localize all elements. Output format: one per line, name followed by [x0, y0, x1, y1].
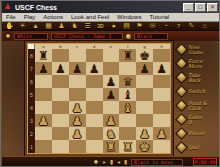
square-b1[interactable] — [52, 140, 69, 153]
status-strip: White USCF Chess - Game 1 Black — [2, 31, 220, 41]
square-f4[interactable]: ♝ — [119, 101, 136, 114]
square-g6[interactable] — [136, 75, 153, 88]
quit-diamond-icon — [177, 143, 187, 153]
square-c4[interactable]: ♟ — [69, 101, 86, 114]
take-back-button[interactable]: Take Back — [174, 71, 220, 84]
square-e7[interactable] — [103, 62, 120, 75]
close-button[interactable]: ✕ — [207, 3, 218, 12]
square-e2[interactable]: ♞ — [103, 127, 120, 140]
stop-button[interactable]: ▮ — [122, 159, 129, 166]
pause-button[interactable]: ▮ — [108, 159, 115, 166]
chess-board: abcdefgh 87654321 ♜♜♚♟♟♟♟♟♟♟♛♟♝♟♝♟♟♟♟♞♟♟… — [25, 41, 173, 156]
edit-icon[interactable]: ✎ — [187, 22, 196, 30]
square-h1[interactable] — [153, 140, 170, 153]
black-player-field: Black — [134, 33, 168, 40]
board-grid: ♜♜♚♟♟♟♟♟♟♟♛♟♝♟♝♟♟♟♟♞♟♟♜♜♚ — [35, 49, 170, 153]
rank-label-6: 6 — [28, 75, 35, 88]
status-diamond-icon — [4, 32, 12, 40]
square-d8[interactable] — [86, 49, 103, 62]
square-d2[interactable] — [86, 127, 103, 140]
square-g7[interactable]: ♟ — [136, 62, 153, 75]
flag-icon[interactable]: ⚑ — [135, 22, 144, 30]
square-c3[interactable]: ♟ — [69, 114, 86, 127]
square-f8[interactable]: ♜ — [119, 49, 136, 62]
square-a2[interactable] — [35, 127, 52, 140]
square-e5[interactable]: ♟ — [103, 88, 120, 101]
menu-windows[interactable]: Windows — [113, 14, 145, 20]
square-b3[interactable] — [52, 114, 69, 127]
title-bar[interactable]: ♟ USCF Chess _ □ ✕ — [2, 1, 220, 13]
square-g3[interactable] — [136, 114, 153, 127]
menu-look-and-feel[interactable]: Look and Feel — [67, 14, 113, 20]
square-f7[interactable] — [119, 62, 136, 75]
square-c5[interactable] — [69, 88, 86, 101]
replay-controls: ▸▮◂▮ — [101, 159, 129, 166]
force-move-diamond-icon — [177, 59, 187, 69]
quit-button[interactable]: Quit — [174, 141, 220, 154]
mail-icon[interactable]: ✉ — [148, 22, 157, 30]
square-e1[interactable]: ♜ — [103, 140, 120, 153]
scene-icon[interactable]: ▲ — [31, 22, 40, 30]
square-h5[interactable] — [153, 88, 170, 101]
rank-label-4: 4 — [28, 101, 35, 114]
step-back-button[interactable]: ◂ — [115, 159, 122, 166]
menu-file[interactable]: File — [2, 14, 20, 20]
square-c2[interactable]: ♟ — [69, 127, 86, 140]
square-g1[interactable]: ♚ — [136, 140, 153, 153]
menu-actions[interactable]: Actions — [39, 14, 67, 20]
square-h7[interactable]: ♟ — [153, 62, 170, 75]
square-d3[interactable] — [86, 114, 103, 127]
square-f5[interactable]: ♝ — [119, 88, 136, 101]
square-d1[interactable] — [86, 140, 103, 153]
square-h4[interactable] — [153, 101, 170, 114]
square-a3[interactable]: ♟ — [35, 114, 52, 127]
square-g2[interactable]: ♟ — [136, 127, 153, 140]
square-e3[interactable]: ♟ — [103, 114, 120, 127]
divider-knob-icon — [126, 34, 131, 39]
pieces-diamond-icon — [177, 129, 187, 139]
square-a1[interactable] — [35, 140, 52, 153]
rank-label-1: 1 — [28, 140, 35, 153]
square-d7[interactable]: ♟ — [86, 62, 103, 75]
square-c7[interactable]: ♟ — [69, 62, 86, 75]
main-area: abcdefgh 87654321 ♜♜♚♟♟♟♟♟♟♟♛♟♝♟♝♟♟♟♟♞♟♟… — [2, 41, 220, 156]
toolbar: ✋☀▲▦♟♞☰3D●▤⚑✉◔?✎⌂ — [2, 22, 220, 31]
switch-diamond-icon — [177, 87, 187, 97]
solve-it-diamond-icon — [177, 115, 187, 125]
rank-label-5: 5 — [28, 88, 35, 101]
help-icon[interactable]: ? — [174, 22, 183, 30]
square-b4[interactable] — [52, 101, 69, 114]
sun-icon[interactable]: ☀ — [18, 22, 27, 30]
square-c8[interactable] — [69, 49, 86, 62]
pawn-icon[interactable]: ♟ — [57, 22, 66, 30]
knight-icon[interactable]: ♞ — [70, 22, 79, 30]
square-b7[interactable]: ♟ — [52, 62, 69, 75]
square-a7[interactable]: ♟ — [35, 62, 52, 75]
square-b8[interactable] — [52, 49, 69, 62]
ball-icon[interactable]: ● — [109, 22, 118, 30]
rank-label-2: 2 — [28, 127, 35, 140]
minimize-button[interactable]: _ — [183, 3, 194, 12]
square-h6[interactable] — [153, 75, 170, 88]
square-a6[interactable] — [35, 75, 52, 88]
solve-it-button[interactable]: Solve It — [174, 113, 220, 126]
square-f3[interactable] — [119, 114, 136, 127]
bottom-bar: ▸▮◂▮ Black to move 0:00:00 — [2, 156, 220, 167]
square-d5[interactable] — [86, 88, 103, 101]
square-b5[interactable] — [52, 88, 69, 101]
window-title: USCF Chess — [15, 4, 182, 11]
square-g8[interactable]: ♚ — [136, 49, 153, 62]
square-c6[interactable] — [69, 75, 86, 88]
square-a4[interactable] — [35, 101, 52, 114]
point-click-diamond-icon — [177, 101, 187, 111]
square-a8[interactable]: ♜ — [35, 49, 52, 62]
square-e6[interactable]: ♟ — [103, 75, 120, 88]
square-f1[interactable]: ♜ — [119, 140, 136, 153]
game-clock: 0:00:00 — [193, 158, 217, 166]
app-icon: ♟ — [4, 3, 12, 11]
square-e8[interactable] — [103, 49, 120, 62]
square-g5[interactable] — [136, 88, 153, 101]
square-f2[interactable] — [119, 127, 136, 140]
new-game-button[interactable]: New Game — [174, 43, 220, 56]
square-g4[interactable] — [136, 101, 153, 114]
switch-button[interactable]: Switch — [174, 85, 220, 98]
take-back-diamond-icon — [177, 73, 187, 83]
square-h2[interactable]: ♟ — [153, 127, 170, 140]
maximize-button[interactable]: □ — [195, 3, 206, 12]
square-d4[interactable] — [86, 101, 103, 114]
play-button[interactable]: ▸ — [101, 159, 108, 166]
menu-tutorial[interactable]: Tutorial — [145, 14, 173, 20]
grid-icon[interactable]: ▤ — [122, 22, 131, 30]
white-rook-f1: ♜ — [119, 141, 136, 154]
command-panel: New GameForce MoveTake BackSwitchPoint &… — [174, 41, 220, 156]
rank-label-8: 8 — [28, 49, 35, 62]
rank-label-3: 3 — [28, 114, 35, 127]
app-window: ♟ USCF Chess _ □ ✕ FilePlayActionsLook a… — [0, 0, 220, 167]
menu-play[interactable]: Play — [20, 14, 40, 20]
square-f6[interactable]: ♛ — [119, 75, 136, 88]
rank-coordinates: 87654321 — [28, 49, 35, 153]
square-h8[interactable] — [153, 49, 170, 62]
square-c1[interactable] — [69, 140, 86, 153]
game-status-field: USCF Chess - Game 1 — [51, 33, 123, 40]
force-move-button[interactable]: Force Move — [174, 57, 220, 70]
clock-icon[interactable]: ◔ — [161, 22, 170, 30]
square-a5[interactable] — [35, 88, 52, 101]
white-player-field: White — [14, 33, 48, 40]
hand-icon[interactable]: ✋ — [5, 22, 14, 30]
list-icon[interactable]: ☰ — [83, 22, 92, 30]
replay-diamond-icon — [92, 158, 100, 166]
home-icon[interactable]: ⌂ — [200, 22, 209, 30]
point-click-button[interactable]: Point & Click — [174, 99, 220, 112]
rank-label-7: 7 — [28, 62, 35, 75]
square-h3[interactable] — [153, 114, 170, 127]
white-rook-e1: ♜ — [103, 141, 120, 154]
pieces-button[interactable]: Pieces — [174, 127, 220, 140]
menu-bar: FilePlayActionsLook and FeelWindowsTutor… — [2, 13, 220, 22]
square-b6[interactable] — [52, 75, 69, 88]
square-b2[interactable] — [52, 127, 69, 140]
3d-icon[interactable]: 3D — [96, 22, 105, 30]
white-king-g1: ♚ — [136, 141, 153, 154]
square-d6[interactable] — [86, 75, 103, 88]
square-e4[interactable] — [103, 101, 120, 114]
move-status-field: Black to move — [131, 159, 183, 166]
board-icon[interactable]: ▦ — [44, 22, 53, 30]
new-game-diamond-icon — [177, 45, 187, 55]
